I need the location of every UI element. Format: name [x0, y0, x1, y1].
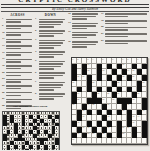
- across-col-header: ACROSS: [2, 13, 33, 17]
- grid-number: 36: [107, 103, 109, 105]
- clue-text-illegible: [105, 33, 148, 38]
- down-col-3: 1718202123: [101, 13, 148, 46]
- grid-number: 27: [117, 92, 119, 94]
- clue: 27: [2, 98, 33, 103]
- grid-number: 29: [77, 98, 79, 100]
- grid-number: 16: [77, 75, 79, 77]
- crossword-grid: 1234567891011121314151617181920212223242…: [71, 57, 148, 145]
- grid-number: 40: [142, 109, 144, 111]
- clue: 25: [2, 85, 33, 90]
- grid-number: 28: [137, 92, 139, 94]
- grid-number: 53: [87, 132, 89, 134]
- clue: 2: [35, 30, 66, 38]
- grid-number: 57: [72, 138, 74, 140]
- clue-text-illegible: [6, 65, 33, 70]
- clue-text-illegible: [72, 31, 99, 39]
- clue-text-illegible: [6, 98, 33, 103]
- clue: 12: [68, 13, 99, 21]
- clue-text-illegible: [105, 40, 148, 45]
- clue: 13: [2, 45, 33, 50]
- byline: By Emily Cox and Henry Rathvon: [0, 7, 150, 11]
- clue-text-illegible: [39, 30, 66, 38]
- grid-number: 15: [132, 69, 134, 71]
- grid-number: 25: [97, 92, 99, 94]
- grid-number: 10: [87, 63, 89, 65]
- clue: 1: [2, 18, 33, 23]
- grid-number: 49: [107, 126, 109, 128]
- grid-number: 8: [127, 58, 128, 60]
- clue-text-illegible: [6, 72, 33, 77]
- clue: 3: [35, 39, 66, 50]
- grid-number: 55: [102, 132, 104, 134]
- solution-caption: Last Saturday's Puzzle Solved: [2, 105, 58, 108]
- down-col-1-header: DOWN: [35, 13, 66, 17]
- grid-number: 7: [122, 58, 123, 60]
- clue: 23: [101, 40, 148, 45]
- clue-text-illegible: [6, 25, 33, 30]
- grid-number: 46: [132, 121, 134, 123]
- grid-number: 34: [87, 103, 89, 105]
- clue: 21: [101, 33, 148, 38]
- down-col-1: DOWN12345678: [35, 13, 66, 102]
- grid-number: 56: [122, 132, 124, 134]
- grid-number: 51: [127, 126, 129, 128]
- open-square: [142, 138, 147, 144]
- page-title: CRYPTIC CROSSWORD: [0, 0, 150, 3]
- clue: 19: [2, 65, 33, 70]
- grid-number: 38: [82, 109, 84, 111]
- clue-text-illegible: [39, 60, 66, 71]
- newspaper-crossword-page: { "game": "cryptic crossword, 15x15 bloc…: [0, 0, 150, 150]
- clue: 22: [2, 72, 33, 77]
- clue: 7: [35, 81, 66, 92]
- grid-number: 54: [92, 132, 94, 134]
- clue: 17: [2, 58, 33, 63]
- clue-text-illegible: [6, 85, 33, 90]
- grid-number: 17: [82, 75, 84, 77]
- clue-text-illegible: [72, 13, 99, 21]
- grid-number: 45: [77, 121, 79, 123]
- grid-number: 21: [92, 81, 94, 83]
- grid-number: 20: [72, 81, 74, 83]
- grid-number: 1: [72, 58, 73, 60]
- grid-number: 50: [122, 126, 124, 128]
- grid-number: 26: [107, 92, 109, 94]
- clue: 18: [101, 20, 148, 25]
- masthead-thin-rule: [1, 11, 149, 12]
- clue: 20: [101, 26, 148, 31]
- grid-number: 42: [107, 115, 109, 117]
- clue: 1: [35, 18, 66, 29]
- grid-number: 24: [77, 92, 79, 94]
- clue-text-illegible: [6, 18, 33, 23]
- clue-text-illegible: [72, 41, 99, 49]
- grid-number: 44: [137, 115, 139, 117]
- grid-number: 14: [127, 69, 129, 71]
- clue-text-illegible: [105, 13, 148, 18]
- grid-number: 52: [77, 132, 79, 134]
- grid-number: 43: [132, 115, 134, 117]
- clue: 15: [2, 52, 33, 57]
- grid-number: 9: [137, 58, 138, 60]
- grid-number: 19: [132, 75, 134, 77]
- grid-number: 13: [102, 69, 104, 71]
- clue: 15: [68, 31, 99, 39]
- grid-number: 5: [102, 58, 103, 60]
- clue: 6: [35, 72, 66, 80]
- clue: 8: [35, 93, 66, 101]
- grid-number: 32: [132, 98, 134, 100]
- grid-number: 6: [112, 58, 113, 60]
- grid-number: 37: [127, 103, 129, 105]
- clue-text-illegible: [39, 72, 66, 80]
- clue-text-illegible: [39, 18, 66, 29]
- grid-number: 33: [72, 103, 74, 105]
- clue-text-illegible: [6, 38, 33, 43]
- grid-number: 23: [142, 81, 144, 83]
- grid-number: 39: [122, 109, 124, 111]
- clue-text-illegible: [39, 51, 66, 59]
- clue: 4: [35, 51, 66, 59]
- grid-number: 2: [77, 58, 78, 60]
- clue: 14: [68, 22, 99, 30]
- clue-text-illegible: [6, 32, 33, 37]
- solution-letter-square: [55, 149, 59, 150]
- page-title-text: CRYPTIC CROSSWORD: [0, 0, 150, 3]
- grid-number: 30: [102, 98, 104, 100]
- grid-number: 3: [87, 58, 88, 60]
- clue: 5: [35, 60, 66, 71]
- grid-number: 31: [112, 98, 114, 100]
- grid-number: 12: [87, 69, 89, 71]
- clue: 9: [2, 25, 33, 30]
- clue: 10: [2, 32, 33, 37]
- clue: 17: [101, 13, 148, 18]
- clue: 26: [2, 92, 33, 97]
- grid-number: 18: [122, 75, 124, 77]
- clue-text-illegible: [39, 81, 66, 92]
- clue-text-illegible: [6, 78, 33, 83]
- clue-text-illegible: [6, 58, 33, 63]
- down-col-2: 12141516: [68, 13, 99, 50]
- grid-number: 22: [117, 81, 119, 83]
- grid-number: 4: [92, 58, 93, 60]
- grid-number: 41: [82, 115, 84, 117]
- clue-text-illegible: [105, 26, 148, 31]
- clue-text-illegible: [6, 45, 33, 50]
- clue-text-illegible: [6, 92, 33, 97]
- clue-text-illegible: [105, 20, 148, 25]
- clue-text-illegible: [39, 93, 66, 101]
- clue-text-illegible: [72, 22, 99, 30]
- grid-number: 47: [82, 126, 84, 128]
- clue: 16: [68, 41, 99, 49]
- clue-text-illegible: [39, 39, 66, 50]
- grid-number: 48: [87, 126, 89, 128]
- clue-text-illegible: [6, 52, 33, 57]
- clue: 11: [2, 38, 33, 43]
- grid-number: 35: [92, 103, 94, 105]
- clue: 24: [2, 78, 33, 83]
- across-col: ACROSS19101113151719222425262728: [2, 13, 33, 112]
- grid-number: 11: [122, 63, 124, 65]
- solution-grid: [2, 111, 60, 151]
